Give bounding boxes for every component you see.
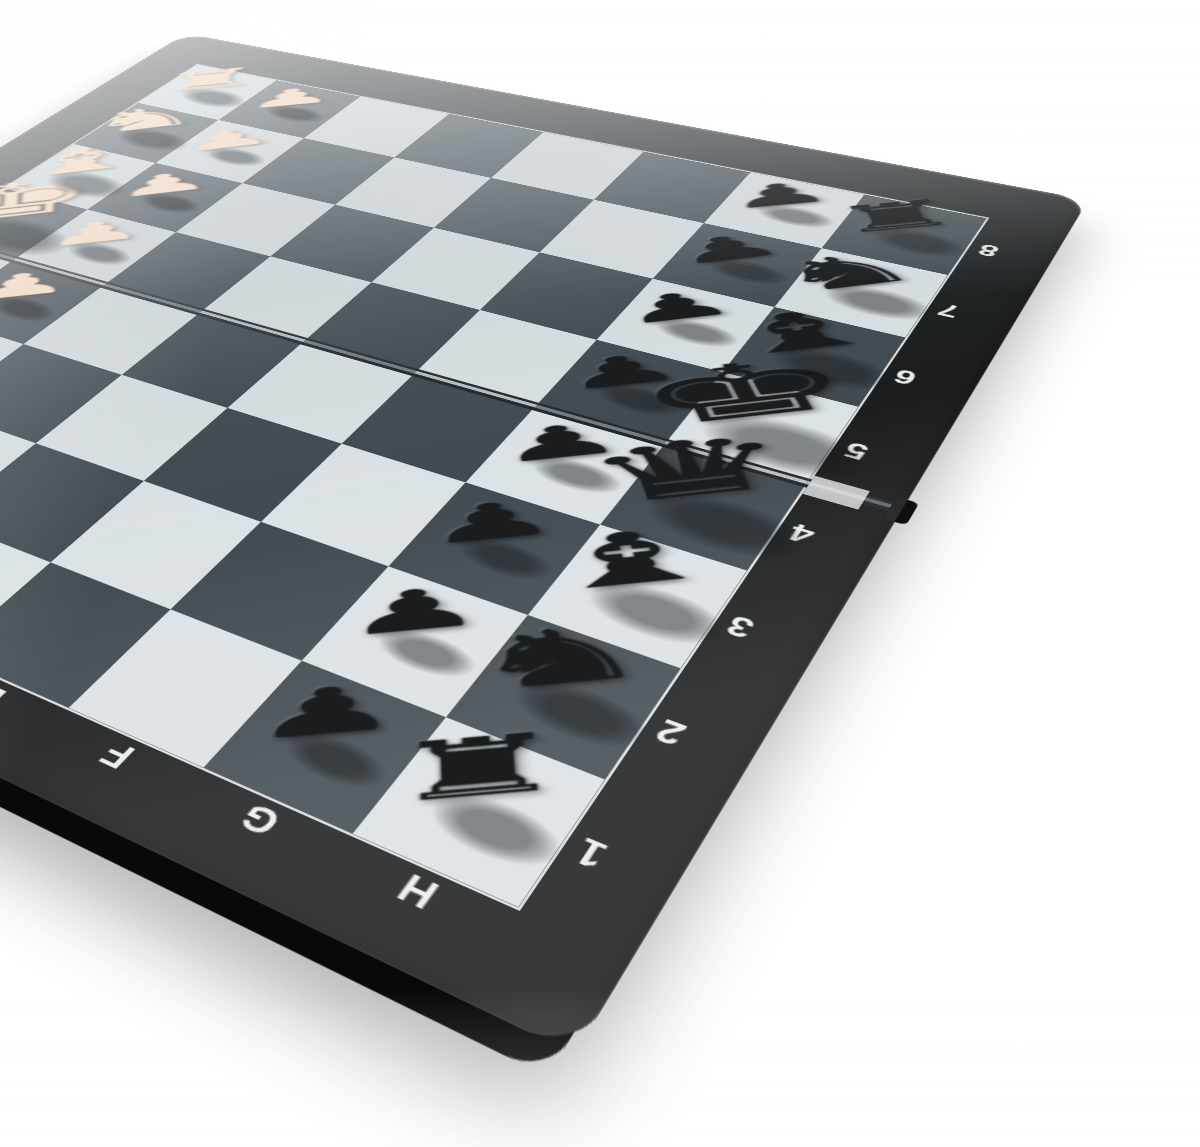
square-h3 (528, 525, 747, 669)
square-h4 (600, 444, 806, 570)
photo-canvas: ABCDEFGH12345678 ♜♞♝♛♚♝♞♜♟♟♟♟♟♟♟♟♟♟♟♟♟♟♟… (0, 0, 1200, 1147)
square-g1 (203, 661, 445, 834)
square-e2 (51, 481, 261, 609)
square-d3 (36, 375, 228, 481)
square-e1 (0, 562, 170, 708)
square-h1 (353, 717, 606, 907)
square-g4 (466, 407, 665, 524)
hinge-gap-right (802, 476, 870, 510)
square-h2 (446, 615, 681, 780)
square-g3 (388, 482, 600, 615)
square-f1 (69, 609, 302, 767)
square-e3 (144, 408, 342, 522)
square-g2 (302, 566, 528, 717)
square-d1 (0, 519, 51, 653)
square-d2 (0, 443, 144, 562)
chess-board: ABCDEFGH12345678 ♜♞♝♛♚♝♞♜♟♟♟♟♟♟♟♟♟♟♟♟♟♟♟… (0, 34, 1088, 1055)
square-c2 (0, 408, 36, 519)
square-e4 (227, 342, 414, 444)
square-f2 (170, 522, 388, 661)
square-f4 (342, 373, 535, 482)
square-f3 (261, 444, 466, 567)
